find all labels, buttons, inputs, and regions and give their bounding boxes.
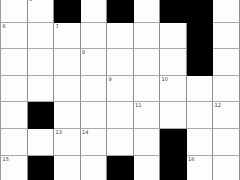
- cell-r7c1[interactable]: 15: [1, 156, 28, 180]
- clue-number-6: 6: [3, 24, 6, 29]
- cell-r4c4[interactable]: [81, 76, 108, 103]
- cell-r2c3[interactable]: 7: [54, 23, 81, 50]
- cell-r5c9[interactable]: 12: [213, 102, 240, 129]
- clue-number-16: 16: [188, 157, 194, 162]
- cell-r6c3[interactable]: 13: [54, 129, 81, 156]
- cell-r4c5[interactable]: 9: [107, 76, 134, 103]
- cell-r3c5[interactable]: [107, 49, 134, 76]
- black-cell-r7c7: [160, 156, 187, 180]
- clue-number-14: 14: [82, 130, 88, 135]
- cell-r7c4[interactable]: [81, 156, 108, 180]
- cell-r6c2[interactable]: [28, 129, 55, 156]
- cell-r5c6[interactable]: 11: [134, 102, 161, 129]
- clue-number-13: 13: [56, 130, 62, 135]
- cell-r6c8[interactable]: [187, 129, 214, 156]
- cell-r4c3[interactable]: [54, 76, 81, 103]
- clue-number-8: 8: [82, 50, 85, 55]
- cell-r7c3[interactable]: [54, 156, 81, 180]
- cell-r6c5[interactable]: [107, 129, 134, 156]
- cell-r3c6[interactable]: [134, 49, 161, 76]
- cell-r3c9[interactable]: [213, 49, 240, 76]
- black-cell-r6c7: [160, 129, 187, 156]
- cell-r4c2[interactable]: [28, 76, 55, 103]
- cell-r6c4[interactable]: 14: [81, 129, 108, 156]
- cell-r7c9[interactable]: [213, 156, 240, 180]
- cell-r3c7[interactable]: [160, 49, 187, 76]
- cell-r7c8[interactable]: 16: [187, 156, 214, 180]
- cell-r2c1[interactable]: 6: [1, 23, 28, 50]
- black-cell-r2c8: [187, 23, 214, 50]
- cell-r2c7[interactable]: [160, 23, 187, 50]
- cell-r6c9[interactable]: [213, 129, 240, 156]
- cell-r3c1[interactable]: [1, 49, 28, 76]
- cell-r1c4[interactable]: [81, 0, 108, 23]
- cell-r5c1[interactable]: [1, 102, 28, 129]
- clue-number-9: 9: [109, 77, 112, 82]
- cell-r7c6[interactable]: [134, 156, 161, 180]
- cell-r1c1[interactable]: [1, 0, 28, 23]
- cell-r3c2[interactable]: [28, 49, 55, 76]
- cell-r2c9[interactable]: [213, 23, 240, 50]
- clue-number-5: 5: [29, 0, 32, 2]
- black-cell-r7c2: [28, 156, 55, 180]
- cell-r4c9[interactable]: [213, 76, 240, 103]
- cell-r6c6[interactable]: [134, 129, 161, 156]
- cell-r1c6[interactable]: [134, 0, 161, 23]
- black-cell-r1c7: [160, 0, 187, 23]
- cell-r4c7[interactable]: 10: [160, 76, 187, 103]
- cell-r4c1[interactable]: [1, 76, 28, 103]
- crossword-screenshot: 5678910111213141516: [0, 0, 240, 180]
- crossword-board: 5678910111213141516: [0, 0, 240, 180]
- cell-r2c2[interactable]: [28, 23, 55, 50]
- clue-number-11: 11: [135, 103, 141, 108]
- cell-r2c4[interactable]: [81, 23, 108, 50]
- cell-r5c7[interactable]: [160, 102, 187, 129]
- cell-r2c5[interactable]: [107, 23, 134, 50]
- black-cell-r5c2: [28, 102, 55, 129]
- black-cell-r1c3: [54, 0, 81, 23]
- clue-number-10: 10: [162, 77, 168, 82]
- black-cell-r1c8: [187, 0, 214, 23]
- cell-r1c9[interactable]: [213, 0, 240, 23]
- cell-r5c3[interactable]: [54, 102, 81, 129]
- black-cell-r7c5: [107, 156, 134, 180]
- cell-r3c3[interactable]: [54, 49, 81, 76]
- cell-r4c8[interactable]: [187, 76, 214, 103]
- clue-number-12: 12: [215, 103, 221, 108]
- cell-r4c6[interactable]: [134, 76, 161, 103]
- cell-r5c5[interactable]: [107, 102, 134, 129]
- cell-r3c4[interactable]: 8: [81, 49, 108, 76]
- cell-r5c4[interactable]: [81, 102, 108, 129]
- black-cell-r1c5: [107, 0, 134, 23]
- black-cell-r3c8: [187, 49, 214, 76]
- cell-r1c2[interactable]: 5: [28, 0, 55, 23]
- cell-r5c8[interactable]: [187, 102, 214, 129]
- cell-r2c6[interactable]: [134, 23, 161, 50]
- clue-number-15: 15: [3, 157, 9, 162]
- clue-number-7: 7: [56, 24, 59, 29]
- cell-r6c1[interactable]: [1, 129, 28, 156]
